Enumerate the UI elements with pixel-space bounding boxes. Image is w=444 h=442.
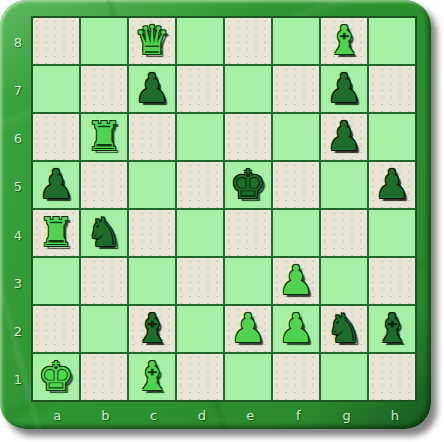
- black-bishop-c2-icon[interactable]: ♝: [134, 305, 170, 351]
- white-queen-c8-icon[interactable]: ♛: [134, 17, 170, 63]
- square-b8[interactable]: [81, 18, 127, 64]
- square-f7[interactable]: [273, 66, 319, 112]
- square-c3[interactable]: [129, 258, 175, 304]
- white-bishop-g8-icon[interactable]: ♝: [326, 17, 362, 63]
- square-c1[interactable]: ♝: [129, 354, 175, 400]
- square-d8[interactable]: [177, 18, 223, 64]
- square-b7[interactable]: [81, 66, 127, 112]
- rank-label-7: 7: [7, 66, 29, 114]
- black-pawn-h5-icon[interactable]: ♟: [374, 161, 410, 207]
- square-f4[interactable]: [273, 210, 319, 256]
- square-h8[interactable]: [369, 18, 415, 64]
- square-h7[interactable]: [369, 66, 415, 112]
- square-a2[interactable]: [33, 306, 79, 352]
- square-e8[interactable]: [225, 18, 271, 64]
- square-b2[interactable]: [81, 306, 127, 352]
- square-e6[interactable]: [225, 114, 271, 160]
- black-king-e5-icon[interactable]: ♚: [230, 161, 266, 207]
- file-label-g: g: [323, 402, 371, 428]
- rank-labels: 87654321: [7, 18, 29, 404]
- square-f8[interactable]: [273, 18, 319, 64]
- square-b5[interactable]: [81, 162, 127, 208]
- square-a8[interactable]: [33, 18, 79, 64]
- square-h5[interactable]: ♟: [369, 162, 415, 208]
- square-h4[interactable]: [369, 210, 415, 256]
- square-f2[interactable]: ♟: [273, 306, 319, 352]
- square-g7[interactable]: ♟: [321, 66, 367, 112]
- square-g8[interactable]: ♝: [321, 18, 367, 64]
- square-b4[interactable]: ♞: [81, 210, 127, 256]
- square-c4[interactable]: [129, 210, 175, 256]
- square-c6[interactable]: [129, 114, 175, 160]
- square-d4[interactable]: [177, 210, 223, 256]
- square-b6[interactable]: ♜: [81, 114, 127, 160]
- square-g4[interactable]: [321, 210, 367, 256]
- file-label-d: d: [178, 402, 226, 428]
- square-d6[interactable]: [177, 114, 223, 160]
- file-label-f: f: [274, 402, 322, 428]
- square-f6[interactable]: [273, 114, 319, 160]
- black-pawn-g7-icon[interactable]: ♟: [326, 65, 362, 111]
- square-f5[interactable]: [273, 162, 319, 208]
- square-a3[interactable]: [33, 258, 79, 304]
- square-e1[interactable]: [225, 354, 271, 400]
- rank-label-3: 3: [7, 259, 29, 307]
- square-d5[interactable]: [177, 162, 223, 208]
- square-e5[interactable]: ♚: [225, 162, 271, 208]
- square-f1[interactable]: [273, 354, 319, 400]
- square-h2[interactable]: ♝: [369, 306, 415, 352]
- white-rook-b6-icon[interactable]: ♜: [86, 113, 122, 159]
- square-c8[interactable]: ♛: [129, 18, 175, 64]
- rank-label-4: 4: [7, 211, 29, 259]
- square-a7[interactable]: [33, 66, 79, 112]
- square-d1[interactable]: [177, 354, 223, 400]
- square-a6[interactable]: [33, 114, 79, 160]
- white-bishop-c1-icon[interactable]: ♝: [134, 353, 170, 399]
- square-f3[interactable]: ♟: [273, 258, 319, 304]
- black-pawn-a5-icon[interactable]: ♟: [38, 161, 74, 207]
- square-b3[interactable]: [81, 258, 127, 304]
- square-e7[interactable]: [225, 66, 271, 112]
- black-knight-b4-icon[interactable]: ♞: [86, 209, 122, 255]
- square-d7[interactable]: [177, 66, 223, 112]
- black-pawn-c7-icon[interactable]: ♟: [134, 65, 170, 111]
- file-label-b: b: [81, 402, 129, 428]
- rank-label-1: 1: [7, 356, 29, 404]
- board: ♛♝♟♟♜♟♟♚♟♜♞♟♝♟♟♞♝♚♝: [31, 16, 417, 402]
- file-labels: abcdefgh: [33, 402, 419, 428]
- square-h6[interactable]: [369, 114, 415, 160]
- file-label-h: h: [371, 402, 419, 428]
- square-g6[interactable]: ♟: [321, 114, 367, 160]
- file-label-a: a: [33, 402, 81, 428]
- rank-label-2: 2: [7, 308, 29, 356]
- square-b1[interactable]: [81, 354, 127, 400]
- square-g3[interactable]: [321, 258, 367, 304]
- square-c5[interactable]: [129, 162, 175, 208]
- white-pawn-f2-icon[interactable]: ♟: [278, 305, 314, 351]
- white-pawn-f3-icon[interactable]: ♟: [278, 257, 314, 303]
- square-g5[interactable]: [321, 162, 367, 208]
- white-rook-a4-icon[interactable]: ♜: [38, 209, 74, 255]
- square-c2[interactable]: ♝: [129, 306, 175, 352]
- square-a4[interactable]: ♜: [33, 210, 79, 256]
- square-e2[interactable]: ♟: [225, 306, 271, 352]
- square-d3[interactable]: [177, 258, 223, 304]
- file-label-e: e: [226, 402, 274, 428]
- square-e3[interactable]: [225, 258, 271, 304]
- square-d2[interactable]: [177, 306, 223, 352]
- black-pawn-g6-icon[interactable]: ♟: [326, 113, 362, 159]
- rank-label-8: 8: [7, 18, 29, 66]
- rank-label-5: 5: [7, 163, 29, 211]
- square-a1[interactable]: ♚: [33, 354, 79, 400]
- black-bishop-h2-icon[interactable]: ♝: [374, 305, 410, 351]
- square-a5[interactable]: ♟: [33, 162, 79, 208]
- white-pawn-e2-icon[interactable]: ♟: [230, 305, 266, 351]
- square-g1[interactable]: [321, 354, 367, 400]
- square-g2[interactable]: ♞: [321, 306, 367, 352]
- square-c7[interactable]: ♟: [129, 66, 175, 112]
- rank-label-6: 6: [7, 115, 29, 163]
- white-king-a1-icon[interactable]: ♚: [38, 353, 74, 399]
- square-e4[interactable]: [225, 210, 271, 256]
- file-label-c: c: [130, 402, 178, 428]
- square-h3[interactable]: [369, 258, 415, 304]
- square-h1[interactable]: [369, 354, 415, 400]
- black-knight-g2-icon[interactable]: ♞: [326, 305, 362, 351]
